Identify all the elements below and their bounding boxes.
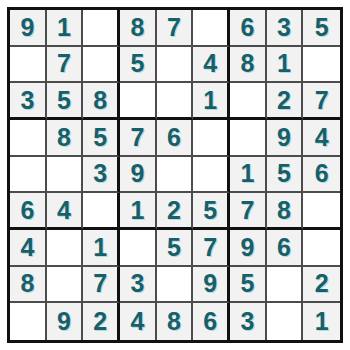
cell-r1c6[interactable] bbox=[193, 10, 230, 47]
cell-r6c6[interactable]: 5 bbox=[193, 193, 230, 230]
cell-r2c3[interactable] bbox=[83, 47, 120, 84]
cell-r5c4[interactable]: 9 bbox=[120, 157, 157, 194]
cell-r5c2[interactable] bbox=[47, 157, 84, 194]
cell-r7c4[interactable] bbox=[120, 230, 157, 267]
cell-r7c5[interactable]: 5 bbox=[157, 230, 194, 267]
cell-r8c7[interactable]: 5 bbox=[230, 267, 267, 304]
cell-r6c1[interactable]: 6 bbox=[10, 193, 47, 230]
cell-r9c1[interactable] bbox=[10, 303, 47, 340]
cell-r1c8[interactable]: 3 bbox=[267, 10, 304, 47]
cell-r3c7[interactable] bbox=[230, 83, 267, 120]
cell-r9c7[interactable]: 3 bbox=[230, 303, 267, 340]
cell-r3c5[interactable] bbox=[157, 83, 194, 120]
cell-r1c5[interactable]: 7 bbox=[157, 10, 194, 47]
cell-r4c5[interactable]: 6 bbox=[157, 120, 194, 157]
cell-r7c6[interactable]: 7 bbox=[193, 230, 230, 267]
cell-r2c9[interactable] bbox=[303, 47, 340, 84]
sudoku-board: 9187635754813581278576943915664125784157… bbox=[7, 7, 343, 343]
cell-r9c4[interactable]: 4 bbox=[120, 303, 157, 340]
cell-r4c7[interactable] bbox=[230, 120, 267, 157]
cell-r2c5[interactable] bbox=[157, 47, 194, 84]
cell-r1c1[interactable]: 9 bbox=[10, 10, 47, 47]
cell-r1c9[interactable]: 5 bbox=[303, 10, 340, 47]
cell-r7c8[interactable]: 6 bbox=[267, 230, 304, 267]
cell-r6c8[interactable]: 8 bbox=[267, 193, 304, 230]
cell-r3c6[interactable]: 1 bbox=[193, 83, 230, 120]
cell-r3c9[interactable]: 7 bbox=[303, 83, 340, 120]
cell-r4c8[interactable]: 9 bbox=[267, 120, 304, 157]
cell-r6c2[interactable]: 4 bbox=[47, 193, 84, 230]
cell-r2c6[interactable]: 4 bbox=[193, 47, 230, 84]
cell-r5c8[interactable]: 5 bbox=[267, 157, 304, 194]
cell-r8c1[interactable]: 8 bbox=[10, 267, 47, 304]
cell-r1c4[interactable]: 8 bbox=[120, 10, 157, 47]
cell-r8c3[interactable]: 7 bbox=[83, 267, 120, 304]
cell-r8c8[interactable] bbox=[267, 267, 304, 304]
cell-r9c2[interactable]: 9 bbox=[47, 303, 84, 340]
cell-r9c9[interactable]: 1 bbox=[303, 303, 340, 340]
cell-r9c3[interactable]: 2 bbox=[83, 303, 120, 340]
cell-r3c3[interactable]: 8 bbox=[83, 83, 120, 120]
cell-r8c9[interactable]: 2 bbox=[303, 267, 340, 304]
cell-r5c7[interactable]: 1 bbox=[230, 157, 267, 194]
cell-r6c9[interactable] bbox=[303, 193, 340, 230]
cell-r8c5[interactable] bbox=[157, 267, 194, 304]
cell-r6c5[interactable]: 2 bbox=[157, 193, 194, 230]
cell-r9c5[interactable]: 8 bbox=[157, 303, 194, 340]
cell-r5c6[interactable] bbox=[193, 157, 230, 194]
cell-r9c8[interactable] bbox=[267, 303, 304, 340]
cell-r1c2[interactable]: 1 bbox=[47, 10, 84, 47]
cell-r1c3[interactable] bbox=[83, 10, 120, 47]
cell-r5c1[interactable] bbox=[10, 157, 47, 194]
cell-r2c7[interactable]: 8 bbox=[230, 47, 267, 84]
cell-r7c9[interactable] bbox=[303, 230, 340, 267]
cell-r4c4[interactable]: 7 bbox=[120, 120, 157, 157]
cell-r8c2[interactable] bbox=[47, 267, 84, 304]
cell-r6c4[interactable]: 1 bbox=[120, 193, 157, 230]
cell-r7c3[interactable]: 1 bbox=[83, 230, 120, 267]
cell-r6c3[interactable] bbox=[83, 193, 120, 230]
cell-r9c6[interactable]: 6 bbox=[193, 303, 230, 340]
cell-r3c2[interactable]: 5 bbox=[47, 83, 84, 120]
cell-r3c8[interactable]: 2 bbox=[267, 83, 304, 120]
cell-r2c8[interactable]: 1 bbox=[267, 47, 304, 84]
cell-r7c7[interactable]: 9 bbox=[230, 230, 267, 267]
cell-r1c7[interactable]: 6 bbox=[230, 10, 267, 47]
cell-r4c1[interactable] bbox=[10, 120, 47, 157]
cell-r2c1[interactable] bbox=[10, 47, 47, 84]
cell-r5c3[interactable]: 3 bbox=[83, 157, 120, 194]
cell-r5c9[interactable]: 6 bbox=[303, 157, 340, 194]
cell-r8c4[interactable]: 3 bbox=[120, 267, 157, 304]
cell-r5c5[interactable] bbox=[157, 157, 194, 194]
cell-r4c2[interactable]: 8 bbox=[47, 120, 84, 157]
cell-r6c7[interactable]: 7 bbox=[230, 193, 267, 230]
cell-r3c1[interactable]: 3 bbox=[10, 83, 47, 120]
cell-r2c2[interactable]: 7 bbox=[47, 47, 84, 84]
cell-r4c9[interactable]: 4 bbox=[303, 120, 340, 157]
cell-r4c3[interactable]: 5 bbox=[83, 120, 120, 157]
cell-r8c6[interactable]: 9 bbox=[193, 267, 230, 304]
cell-r4c6[interactable] bbox=[193, 120, 230, 157]
cell-r2c4[interactable]: 5 bbox=[120, 47, 157, 84]
cell-r3c4[interactable] bbox=[120, 83, 157, 120]
cell-r7c2[interactable] bbox=[47, 230, 84, 267]
cell-r7c1[interactable]: 4 bbox=[10, 230, 47, 267]
